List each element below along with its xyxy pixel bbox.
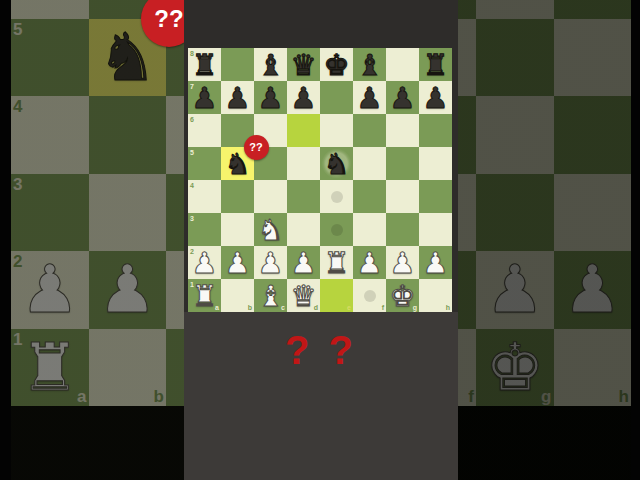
black-knight-e5[interactable]: ♞ [320, 147, 353, 180]
black-king-e8[interactable]: ♚ [320, 48, 353, 81]
square-e7[interactable] [320, 81, 353, 114]
left-black-bar [0, 0, 11, 480]
white-queen-d1[interactable]: ♛ [287, 279, 320, 312]
rank-label-5: 5 [190, 149, 194, 156]
move-hint-dot-e4 [331, 191, 343, 203]
white-pawn-h2[interactable]: ♟ [419, 246, 452, 279]
black-pawn-c7[interactable]: ♟ [254, 81, 287, 114]
move-hint-dot-f1 [364, 290, 376, 302]
strip-top-bar [184, 0, 458, 48]
white-knight-c3[interactable]: ♞ [254, 213, 287, 246]
black-rook-a8[interactable]: ♜ [188, 48, 221, 81]
square-h6[interactable] [419, 114, 452, 147]
white-pawn-d2[interactable]: ♟ [287, 246, 320, 279]
black-pawn-b7[interactable]: ♟ [221, 81, 254, 114]
black-bishop-f8[interactable]: ♝ [353, 48, 386, 81]
square-b4[interactable] [221, 180, 254, 213]
square-a4[interactable]: 4 [188, 180, 221, 213]
rank-label-3: 3 [190, 215, 194, 222]
white-bishop-c1[interactable]: ♝ [254, 279, 287, 312]
square-h5[interactable] [419, 147, 452, 180]
square-f5[interactable] [353, 147, 386, 180]
black-pawn-f7[interactable]: ♟ [353, 81, 386, 114]
black-bishop-c8[interactable]: ♝ [254, 48, 287, 81]
black-pawn-h7[interactable]: ♟ [419, 81, 452, 114]
black-pawn-d7[interactable]: ♟ [287, 81, 320, 114]
square-e4[interactable] [320, 180, 353, 213]
strip-board-area: 87654321abcdefgh♜♝♛♚♝♜♟♟♟♟♟♟♟♞♞♞♟♟♟♟♜♟♟♟… [184, 48, 458, 312]
square-d5[interactable] [287, 147, 320, 180]
white-pawn-g2[interactable]: ♟ [386, 246, 419, 279]
white-pawn-c2[interactable]: ♟ [254, 246, 287, 279]
square-b8[interactable] [221, 48, 254, 81]
square-g8[interactable] [386, 48, 419, 81]
black-queen-d8[interactable]: ♛ [287, 48, 320, 81]
square-g6[interactable] [386, 114, 419, 147]
square-g5[interactable] [386, 147, 419, 180]
square-h1[interactable]: h [419, 279, 452, 312]
square-f1[interactable]: f [353, 279, 386, 312]
square-d6[interactable] [287, 114, 320, 147]
white-king-g1[interactable]: ♚ [386, 279, 419, 312]
white-rook-e2[interactable]: ♜ [320, 246, 353, 279]
white-rook-a1[interactable]: ♜ [188, 279, 221, 312]
black-pawn-a7[interactable]: ♟ [188, 81, 221, 114]
square-d4[interactable] [287, 180, 320, 213]
file-label-f: f [382, 304, 384, 311]
chess-board[interactable]: 87654321abcdefgh♜♝♛♚♝♜♟♟♟♟♟♟♟♞♞♞♟♟♟♟♜♟♟♟… [188, 48, 452, 312]
black-rook-h8[interactable]: ♜ [419, 48, 452, 81]
square-d3[interactable] [287, 213, 320, 246]
square-g3[interactable] [386, 213, 419, 246]
square-f3[interactable] [353, 213, 386, 246]
square-b3[interactable] [221, 213, 254, 246]
square-h3[interactable] [419, 213, 452, 246]
square-e1[interactable]: e [320, 279, 353, 312]
blunder-badge: ?? [244, 135, 269, 160]
square-b1[interactable]: b [221, 279, 254, 312]
square-h4[interactable] [419, 180, 452, 213]
square-a3[interactable]: 3 [188, 213, 221, 246]
black-pawn-g7[interactable]: ♟ [386, 81, 419, 114]
square-f6[interactable] [353, 114, 386, 147]
white-pawn-a2[interactable]: ♟ [188, 246, 221, 279]
move-hint-dot-e3 [331, 224, 343, 236]
square-c4[interactable] [254, 180, 287, 213]
file-label-h: h [446, 304, 450, 311]
rank-label-4: 4 [190, 182, 194, 189]
white-pawn-b2[interactable]: ♟ [221, 246, 254, 279]
file-label-b: b [248, 304, 252, 311]
square-g4[interactable] [386, 180, 419, 213]
strip-bottom-area: ? ? [184, 312, 458, 480]
square-a6[interactable]: 6 [188, 114, 221, 147]
right-black-bar [631, 0, 640, 480]
rank-label-6: 6 [190, 116, 194, 123]
square-e3[interactable] [320, 213, 353, 246]
white-pawn-f2[interactable]: ♟ [353, 246, 386, 279]
video-strip: 87654321abcdefgh♜♝♛♚♝♜♟♟♟♟♟♟♟♞♞♞♟♟♟♟♜♟♟♟… [184, 0, 458, 480]
square-e6[interactable] [320, 114, 353, 147]
question-marks-text: ? ? [184, 312, 458, 373]
file-label-e: e [347, 304, 351, 311]
video-frame: 87654321abcdefgh♜♝♛♚♝♜♟♟♟♟♟♟♟♞♞♞♟♟♟♟♜♟♟♟… [0, 0, 640, 480]
square-a5[interactable]: 5 [188, 147, 221, 180]
square-f4[interactable] [353, 180, 386, 213]
